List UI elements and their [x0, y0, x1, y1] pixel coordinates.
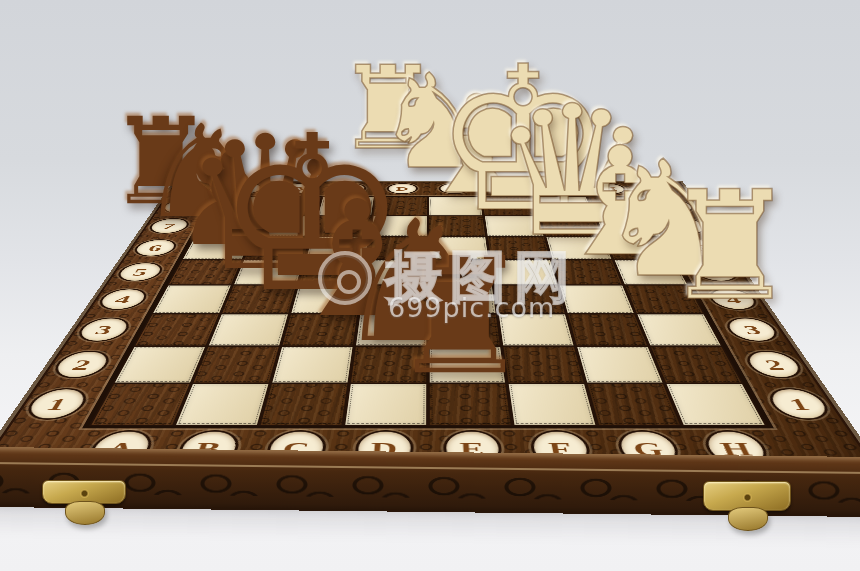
chess-photo-scene: ABCDEFGH ABCDEFGH 87654321 87654321 ♜♞♝♜… — [0, 0, 860, 571]
rank-label-2: 2 — [741, 351, 809, 378]
rank-label-3: 3 — [72, 318, 134, 342]
rank-label-4: 4 — [94, 288, 152, 309]
brass-clasp-right — [703, 481, 791, 511]
square-a3[interactable] — [133, 314, 220, 346]
square-c1[interactable] — [259, 383, 350, 426]
brass-latch-left — [65, 501, 105, 525]
square-h2[interactable] — [649, 346, 743, 383]
rank-label-2: 2 — [48, 351, 116, 378]
square-b2[interactable] — [192, 346, 281, 383]
square-h1[interactable] — [664, 383, 766, 426]
piece-dark-rook-e1[interactable]: ♜ — [388, 237, 531, 397]
rank-label-1: 1 — [20, 388, 94, 420]
rank-label-1: 1 — [763, 388, 837, 420]
square-b1[interactable] — [174, 383, 270, 426]
rank-label-5: 5 — [113, 262, 167, 281]
brass-clasp-left — [42, 480, 126, 504]
piece-white-rook-h2[interactable]: ♜ — [663, 171, 797, 321]
